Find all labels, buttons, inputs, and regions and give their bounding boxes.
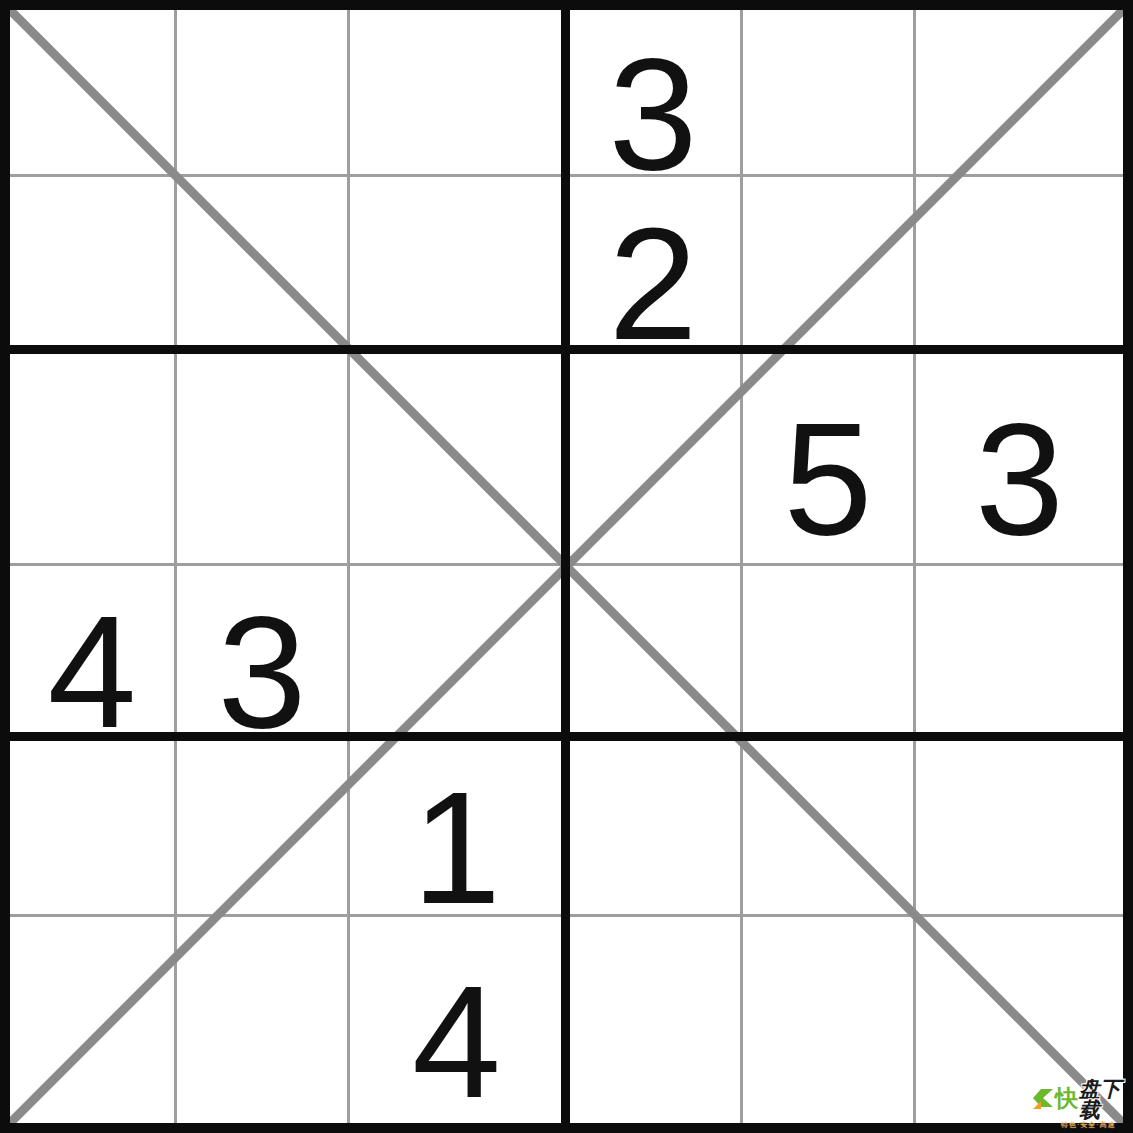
sudoku-board: 32534314 快 盘下载 特色·安全·高速: [0, 0, 1133, 1133]
cell-r6c1[interactable]: [10, 917, 177, 1123]
kuaipan-logo-icon: [1031, 1087, 1054, 1110]
cell-r2c1[interactable]: [10, 177, 177, 350]
cell-r5c2[interactable]: [177, 737, 350, 917]
cell-r3c6[interactable]: 3: [916, 350, 1123, 566]
watermark-brand: 快 盘下载: [1031, 1078, 1131, 1120]
cell-r3c5[interactable]: 5: [743, 350, 916, 566]
cell-r4c6[interactable]: [916, 566, 1123, 737]
watermark-brand-green: 快: [1055, 1087, 1078, 1110]
cell-r1c5[interactable]: [743, 10, 916, 177]
given-digit: 5: [784, 399, 873, 559]
cell-r3c3[interactable]: [350, 350, 566, 566]
cell-r4c2[interactable]: 3: [177, 566, 350, 737]
cell-r4c5[interactable]: [743, 566, 916, 737]
cell-r2c5[interactable]: [743, 177, 916, 350]
cell-r5c1[interactable]: [10, 737, 177, 917]
cell-r6c2[interactable]: [177, 917, 350, 1123]
cell-r6c4[interactable]: [566, 917, 743, 1123]
cell-r1c2[interactable]: [177, 10, 350, 177]
cell-r3c1[interactable]: [10, 350, 177, 566]
cell-r1c1[interactable]: [10, 10, 177, 177]
watermark: 快 盘下载 特色·安全·高速: [1031, 1078, 1131, 1129]
cell-r4c3[interactable]: [350, 566, 566, 737]
cell-r3c4[interactable]: [566, 350, 743, 566]
given-digit: 4: [48, 592, 137, 752]
cell-r1c6[interactable]: [916, 10, 1123, 177]
cell-r2c2[interactable]: [177, 177, 350, 350]
box-divider-horizontal-bottom: [10, 732, 1123, 741]
cell-r5c3[interactable]: 1: [350, 737, 566, 917]
cell-r2c4[interactable]: 2: [566, 177, 743, 350]
watermark-tagline: 特色·安全·高速: [1031, 1121, 1131, 1129]
given-digit: 3: [609, 34, 698, 194]
cell-r2c3[interactable]: [350, 177, 566, 350]
cell-r6c5[interactable]: [743, 917, 916, 1123]
given-digit: 2: [609, 204, 698, 364]
cell-r6c3[interactable]: 4: [350, 917, 566, 1123]
cell-r1c4[interactable]: 3: [566, 10, 743, 177]
cell-r5c4[interactable]: [566, 737, 743, 917]
cell-r3c2[interactable]: [177, 350, 350, 566]
cell-r4c1[interactable]: 4: [10, 566, 177, 737]
cell-r5c5[interactable]: [743, 737, 916, 917]
cell-r2c6[interactable]: [916, 177, 1123, 350]
given-digit: 1: [412, 768, 501, 928]
box-divider-vertical: [561, 10, 570, 1123]
watermark-brand-dark: 盘下载: [1079, 1078, 1131, 1120]
cell-r1c3[interactable]: [350, 10, 566, 177]
given-digit: 3: [975, 399, 1064, 559]
given-digit: 3: [218, 592, 307, 752]
cell-r4c4[interactable]: [566, 566, 743, 737]
cell-r5c6[interactable]: [916, 737, 1123, 917]
box-divider-horizontal-top: [10, 345, 1123, 354]
given-digit: 4: [412, 962, 501, 1122]
